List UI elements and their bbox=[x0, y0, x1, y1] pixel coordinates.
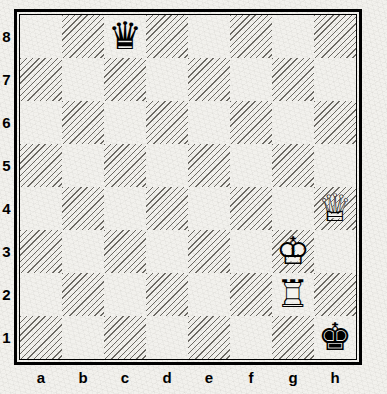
square-a8[interactable] bbox=[20, 15, 62, 58]
rank-label-1: 1 bbox=[0, 316, 13, 359]
square-g7[interactable] bbox=[272, 58, 314, 101]
square-g8[interactable] bbox=[272, 15, 314, 58]
square-c4[interactable] bbox=[104, 187, 146, 230]
square-e2[interactable] bbox=[188, 273, 230, 316]
board-grid: ♛♛♕♚♔♜♖♚ bbox=[20, 15, 356, 359]
square-f7[interactable] bbox=[230, 58, 272, 101]
square-b4[interactable] bbox=[62, 187, 104, 230]
square-c1[interactable] bbox=[104, 316, 146, 359]
square-d7[interactable] bbox=[146, 58, 188, 101]
square-e4[interactable] bbox=[188, 187, 230, 230]
square-d8[interactable] bbox=[146, 15, 188, 58]
square-a4[interactable] bbox=[20, 187, 62, 230]
square-a2[interactable] bbox=[20, 273, 62, 316]
square-h3[interactable] bbox=[314, 230, 356, 273]
square-c7[interactable] bbox=[104, 58, 146, 101]
square-e6[interactable] bbox=[188, 101, 230, 144]
square-b2[interactable] bbox=[62, 273, 104, 316]
square-f8[interactable] bbox=[230, 15, 272, 58]
square-d4[interactable] bbox=[146, 187, 188, 230]
square-b8[interactable] bbox=[62, 15, 104, 58]
rank-label-5: 5 bbox=[0, 144, 13, 187]
file-label-h: h bbox=[314, 365, 356, 391]
square-b5[interactable] bbox=[62, 144, 104, 187]
file-label-d: d bbox=[146, 365, 188, 391]
rank-labels: 87654321 bbox=[0, 15, 13, 359]
square-e5[interactable] bbox=[188, 144, 230, 187]
square-a6[interactable] bbox=[20, 101, 62, 144]
file-label-g: g bbox=[272, 365, 314, 391]
chess-diagram: 87654321 ♛♛♕♚♔♜♖♚ abcdefgh bbox=[0, 0, 387, 394]
chess-board: ♛♛♕♚♔♜♖♚ bbox=[14, 9, 362, 365]
square-e8[interactable] bbox=[188, 15, 230, 58]
piece-black-queen[interactable]: ♛ bbox=[104, 15, 146, 58]
file-label-c: c bbox=[104, 365, 146, 391]
file-labels: abcdefgh bbox=[20, 365, 356, 391]
square-c6[interactable] bbox=[104, 101, 146, 144]
square-a3[interactable] bbox=[20, 230, 62, 273]
square-b6[interactable] bbox=[62, 101, 104, 144]
square-d2[interactable] bbox=[146, 273, 188, 316]
square-a1[interactable] bbox=[20, 316, 62, 359]
square-f6[interactable] bbox=[230, 101, 272, 144]
square-h5[interactable] bbox=[314, 144, 356, 187]
piece-glyph: ♔ bbox=[272, 230, 314, 273]
square-d1[interactable] bbox=[146, 316, 188, 359]
square-g1[interactable] bbox=[272, 316, 314, 359]
square-c5[interactable] bbox=[104, 144, 146, 187]
rank-label-7: 7 bbox=[0, 58, 13, 101]
square-g5[interactable] bbox=[272, 144, 314, 187]
square-g6[interactable] bbox=[272, 101, 314, 144]
square-d5[interactable] bbox=[146, 144, 188, 187]
file-label-b: b bbox=[62, 365, 104, 391]
square-h4[interactable]: ♛♕ bbox=[314, 187, 356, 230]
square-c8[interactable]: ♛ bbox=[104, 15, 146, 58]
square-e1[interactable] bbox=[188, 316, 230, 359]
square-f1[interactable] bbox=[230, 316, 272, 359]
square-a5[interactable] bbox=[20, 144, 62, 187]
piece-glyph: ♕ bbox=[314, 187, 356, 230]
square-f2[interactable] bbox=[230, 273, 272, 316]
square-f3[interactable] bbox=[230, 230, 272, 273]
square-e3[interactable] bbox=[188, 230, 230, 273]
rank-label-2: 2 bbox=[0, 273, 13, 316]
square-f4[interactable] bbox=[230, 187, 272, 230]
square-h1[interactable]: ♚ bbox=[314, 316, 356, 359]
piece-white-rook[interactable]: ♜♖ bbox=[272, 273, 314, 316]
square-g4[interactable] bbox=[272, 187, 314, 230]
rank-label-6: 6 bbox=[0, 101, 13, 144]
square-h8[interactable] bbox=[314, 15, 356, 58]
piece-white-king[interactable]: ♚♔ bbox=[272, 230, 314, 273]
piece-white-queen[interactable]: ♛♕ bbox=[314, 187, 356, 230]
square-h7[interactable] bbox=[314, 58, 356, 101]
square-b1[interactable] bbox=[62, 316, 104, 359]
file-label-e: e bbox=[188, 365, 230, 391]
square-c2[interactable] bbox=[104, 273, 146, 316]
square-b3[interactable] bbox=[62, 230, 104, 273]
square-e7[interactable] bbox=[188, 58, 230, 101]
piece-glyph: ♛ bbox=[104, 15, 146, 58]
rank-label-4: 4 bbox=[0, 187, 13, 230]
square-c3[interactable] bbox=[104, 230, 146, 273]
piece-glyph: ♚ bbox=[314, 316, 356, 359]
file-label-a: a bbox=[20, 365, 62, 391]
file-label-f: f bbox=[230, 365, 272, 391]
rank-label-8: 8 bbox=[0, 15, 13, 58]
square-g2[interactable]: ♜♖ bbox=[272, 273, 314, 316]
square-g3[interactable]: ♚♔ bbox=[272, 230, 314, 273]
square-f5[interactable] bbox=[230, 144, 272, 187]
square-b7[interactable] bbox=[62, 58, 104, 101]
square-h6[interactable] bbox=[314, 101, 356, 144]
square-d6[interactable] bbox=[146, 101, 188, 144]
piece-black-king[interactable]: ♚ bbox=[314, 316, 356, 359]
rank-label-3: 3 bbox=[0, 230, 13, 273]
square-d3[interactable] bbox=[146, 230, 188, 273]
piece-glyph: ♖ bbox=[272, 273, 314, 316]
square-h2[interactable] bbox=[314, 273, 356, 316]
square-a7[interactable] bbox=[20, 58, 62, 101]
board-inner-frame: ♛♛♕♚♔♜♖♚ bbox=[19, 14, 357, 360]
